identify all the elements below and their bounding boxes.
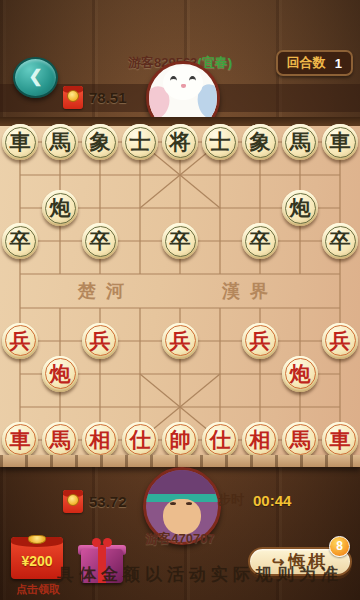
- player-coin-row: 53.72: [63, 490, 127, 513]
- move-timer-label: 步时: [218, 491, 244, 509]
- piece-炮[interactable]: 炮: [282, 190, 318, 226]
- avatar-eye-icon: [170, 502, 176, 505]
- piece-士[interactable]: 士: [202, 124, 238, 160]
- move-timer-value: 00:44: [253, 492, 291, 509]
- piece-馬[interactable]: 馬: [42, 124, 78, 160]
- piece-兵[interactable]: 兵: [242, 323, 278, 359]
- piece-兵[interactable]: 兵: [322, 323, 358, 359]
- piece-卒[interactable]: 卒: [242, 223, 278, 259]
- board-bottom-ledge: [0, 455, 360, 467]
- piece-炮[interactable]: 炮: [282, 356, 318, 392]
- piece-車[interactable]: 車: [2, 422, 38, 458]
- piece-帥[interactable]: 帥: [162, 422, 198, 458]
- piece-兵[interactable]: 兵: [2, 323, 38, 359]
- avatar-eye-icon: [186, 502, 192, 505]
- piece-炮[interactable]: 炮: [42, 356, 78, 392]
- piece-卒[interactable]: 卒: [162, 223, 198, 259]
- bonus-envelope-icon: ¥200: [11, 537, 63, 579]
- red-envelope-icon: [63, 490, 83, 513]
- piece-卒[interactable]: 卒: [2, 223, 38, 259]
- undo-count-badge: 8: [329, 536, 350, 557]
- piece-兵[interactable]: 兵: [82, 323, 118, 359]
- piece-卒[interactable]: 卒: [82, 223, 118, 259]
- piece-卒[interactable]: 卒: [322, 223, 358, 259]
- piece-車[interactable]: 車: [322, 124, 358, 160]
- notice-marquee-text: 具体金额以活动实际规则为准: [57, 563, 343, 586]
- piece-車[interactable]: 車: [2, 124, 38, 160]
- piece-炮[interactable]: 炮: [42, 190, 78, 226]
- piece-士[interactable]: 士: [122, 124, 158, 160]
- bonus-envelope-amount: ¥200: [11, 553, 63, 569]
- piece-仕[interactable]: 仕: [122, 422, 158, 458]
- piece-馬[interactable]: 馬: [42, 422, 78, 458]
- piece-馬[interactable]: 馬: [282, 124, 318, 160]
- piece-仕[interactable]: 仕: [202, 422, 238, 458]
- piece-象[interactable]: 象: [82, 124, 118, 160]
- piece-馬[interactable]: 馬: [282, 422, 318, 458]
- coin-icon: [67, 494, 79, 506]
- gift-bow-icon: [92, 538, 112, 548]
- piece-象[interactable]: 象: [242, 124, 278, 160]
- piece-相[interactable]: 相: [242, 422, 278, 458]
- piece-相[interactable]: 相: [82, 422, 118, 458]
- move-timer: 步时 00:44: [218, 491, 291, 509]
- player-coin-amount: 53.72: [89, 493, 127, 510]
- gold-ingot-icon: [28, 535, 46, 544]
- game-screen: 游客829562(宜春) 回合数 1 ❮ 78.51: [0, 0, 360, 600]
- piece-将[interactable]: 将: [162, 124, 198, 160]
- piece-車[interactable]: 車: [322, 422, 358, 458]
- piece-兵[interactable]: 兵: [162, 323, 198, 359]
